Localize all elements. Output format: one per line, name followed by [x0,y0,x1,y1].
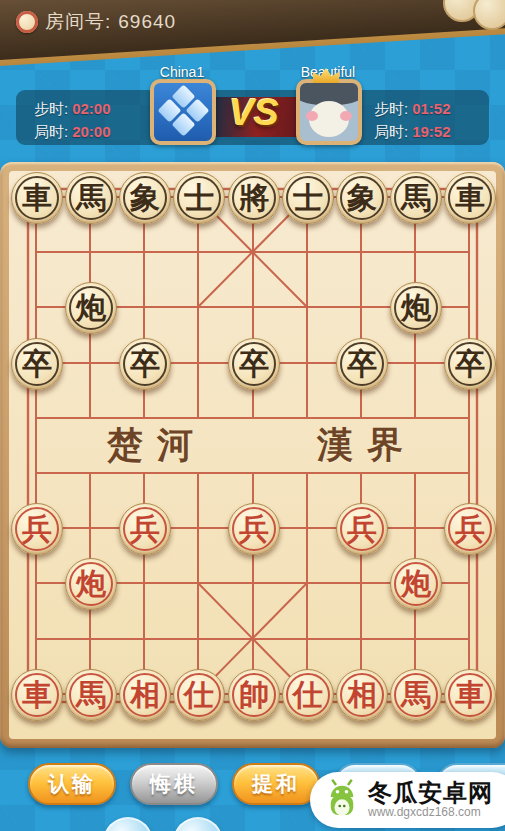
vs-label: VS [214,92,294,134]
resign-button[interactable]: 认输 [28,763,116,805]
piece-black-士[interactable]: 士 [282,172,334,224]
left-player-avatar[interactable] [150,79,216,145]
room-info: 房间号: 69640 [16,9,176,35]
watermark-url: www.dgxcdz168.com [368,805,493,819]
piece-black-卒[interactable]: 卒 [11,338,63,390]
piece-black-象[interactable]: 象 [336,172,388,224]
game-screen: 房间号: 69640 步时: 02:00 局时: 20:00 步时: 01:52… [0,0,505,831]
piece-red-車[interactable]: 車 [11,669,63,721]
piece-red-馬[interactable]: 馬 [65,669,117,721]
piece-black-炮[interactable]: 炮 [390,282,442,334]
left-game-time-value: 20:00 [72,120,110,143]
chess-piece-icon [16,11,38,33]
piece-red-相[interactable]: 相 [119,669,171,721]
android-icon [324,779,360,821]
piece-red-兵[interactable]: 兵 [444,503,496,555]
piece-black-卒[interactable]: 卒 [336,338,388,390]
watermark-overlay: 冬瓜安卓网 www.dgxcdz168.com [310,772,505,828]
board-grid [9,171,496,739]
piece-red-車[interactable]: 車 [444,669,496,721]
piece-black-卒[interactable]: 卒 [228,338,280,390]
cat-avatar-cheek [306,111,318,121]
left-game-time-label: 局时: [34,120,68,143]
piece-red-兵[interactable]: 兵 [11,503,63,555]
room-number: 69640 [118,11,176,33]
cat-avatar-cheek [340,111,352,121]
piece-red-兵[interactable]: 兵 [228,503,280,555]
left-step-time-label: 步时: [34,97,68,120]
left-step-time-value: 02:00 [72,97,110,120]
board-field[interactable]: 楚河 漢界 車馬象士將士象馬車炮炮卒卒卒卒卒兵兵兵兵兵炮炮車馬相仕帥仕相馬車 [9,171,496,739]
river-label-left: 楚河 [107,421,207,470]
piece-red-仕[interactable]: 仕 [282,669,334,721]
left-player-timers: 步时: 02:00 局时: 20:00 [34,97,111,143]
piece-red-兵[interactable]: 兵 [119,503,171,555]
piece-red-馬[interactable]: 馬 [390,669,442,721]
piece-black-馬[interactable]: 馬 [65,172,117,224]
right-game-time-value: 19:52 [412,120,450,143]
piece-black-將[interactable]: 將 [228,172,280,224]
right-step-time-label: 步时: [374,97,408,120]
right-player-avatar[interactable] [296,79,362,145]
piece-red-相[interactable]: 相 [336,669,388,721]
piece-black-士[interactable]: 士 [173,172,225,224]
piece-red-仕[interactable]: 仕 [173,669,225,721]
right-game-time-label: 局时: [374,120,408,143]
piece-black-車[interactable]: 車 [11,172,63,224]
piece-black-車[interactable]: 車 [444,172,496,224]
piece-black-炮[interactable]: 炮 [65,282,117,334]
room-label: 房间号: [45,9,111,35]
watermark-text: 冬瓜安卓网 www.dgxcdz168.com [368,781,493,819]
left-player-name: China1 [122,64,242,80]
right-step-time-value: 01:52 [412,97,450,120]
river-label-right: 漢界 [317,421,417,470]
right-player-timers: 步时: 01:52 局时: 19:52 [374,97,451,143]
piece-black-馬[interactable]: 馬 [390,172,442,224]
offer-draw-button[interactable]: 提和 [232,763,320,805]
emoji-bubble-button[interactable] [173,817,223,831]
xiangqi-board: 楚河 漢界 車馬象士將士象馬車炮炮卒卒卒卒卒兵兵兵兵兵炮炮車馬相仕帥仕相馬車 [0,162,505,748]
piece-red-炮[interactable]: 炮 [65,558,117,610]
chat-bubble-button[interactable] [103,817,153,831]
piece-red-兵[interactable]: 兵 [336,503,388,555]
piece-black-卒[interactable]: 卒 [119,338,171,390]
undo-move-button[interactable]: 悔棋 [130,763,218,805]
piece-black-象[interactable]: 象 [119,172,171,224]
piece-red-帥[interactable]: 帥 [228,669,280,721]
watermark-title: 冬瓜安卓网 [368,781,493,805]
piece-red-炮[interactable]: 炮 [390,558,442,610]
piece-black-卒[interactable]: 卒 [444,338,496,390]
